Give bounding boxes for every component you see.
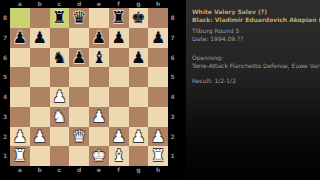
- white-player-line: White Valery Salov (?): [192, 8, 320, 15]
- square-d6[interactable]: ♟: [69, 48, 89, 68]
- square-g2[interactable]: ♟: [129, 127, 149, 147]
- square-d5[interactable]: [69, 67, 89, 87]
- piece-black-rook[interactable]: ♜: [50, 8, 70, 28]
- rank-label: 6: [0, 48, 10, 68]
- file-label: f: [109, 166, 129, 174]
- square-a3[interactable]: [10, 107, 30, 127]
- square-d1[interactable]: [69, 146, 89, 166]
- square-b2[interactable]: ♟: [30, 127, 50, 147]
- event-round-line: Tilburg Round 5: [192, 27, 320, 34]
- rank-label: 1: [168, 146, 177, 166]
- square-h8[interactable]: [148, 8, 168, 28]
- square-e3[interactable]: ♟: [89, 107, 109, 127]
- square-f4[interactable]: [109, 87, 129, 107]
- piece-white-rook[interactable]: ♜: [10, 146, 30, 166]
- rank-label: 6: [168, 48, 177, 68]
- piece-white-king[interactable]: ♚: [89, 146, 109, 166]
- square-f6[interactable]: [109, 48, 129, 68]
- rank-label: 3: [168, 107, 177, 127]
- opening-name-line: Torre-Attack Fianchetto Defense, Euwe Va…: [192, 62, 320, 69]
- square-h2[interactable]: ♟: [148, 127, 168, 147]
- square-b8[interactable]: [30, 8, 50, 28]
- file-label: b: [30, 0, 50, 8]
- file-label: g: [129, 0, 149, 8]
- square-d7[interactable]: [69, 28, 89, 48]
- opening-label: Openning:: [192, 54, 320, 61]
- square-e4[interactable]: [89, 87, 109, 107]
- file-label: e: [89, 166, 109, 174]
- square-d3[interactable]: [69, 107, 89, 127]
- piece-black-pawn[interactable]: ♟: [129, 48, 149, 68]
- piece-white-knight[interactable]: ♞: [50, 107, 70, 127]
- square-a2[interactable]: ♟: [10, 127, 30, 147]
- square-h1[interactable]: ♜: [148, 146, 168, 166]
- square-g3[interactable]: [129, 107, 149, 127]
- square-c1[interactable]: [50, 146, 70, 166]
- file-label: c: [50, 166, 70, 174]
- piece-black-queen[interactable]: ♛: [69, 8, 89, 28]
- square-e5[interactable]: [89, 67, 109, 87]
- square-f5[interactable]: [109, 67, 129, 87]
- piece-white-bishop[interactable]: ♝: [109, 146, 129, 166]
- file-label: h: [148, 0, 168, 8]
- file-label: b: [30, 166, 50, 174]
- square-d8[interactable]: ♛: [69, 8, 89, 28]
- square-a1[interactable]: ♜: [10, 146, 30, 166]
- square-g7[interactable]: [129, 28, 149, 48]
- square-c5[interactable]: [50, 67, 70, 87]
- piece-white-rook[interactable]: ♜: [148, 146, 168, 166]
- square-e7[interactable]: ♟: [89, 28, 109, 48]
- rank-label: 5: [0, 67, 10, 87]
- file-label: a: [10, 0, 30, 8]
- chess-board[interactable]: ♜♛♜♚♟♟♟♟♟♞♟♝♟♟♞♟♟♟♛♟♟♟♜♚♝♜: [10, 8, 168, 166]
- rank-label: 8: [0, 8, 10, 28]
- square-e8[interactable]: [89, 8, 109, 28]
- square-g5[interactable]: [129, 67, 149, 87]
- file-label: f: [109, 0, 129, 8]
- result-line: Result: 1/2-1/2: [192, 77, 320, 84]
- rank-labels-right: 87654321: [168, 8, 177, 166]
- chess-board-area: abcdefgh abcdefgh 87654321 87654321 ♜♛♜♚…: [0, 0, 186, 180]
- file-labels-top: abcdefgh: [10, 0, 168, 8]
- square-b1[interactable]: [30, 146, 50, 166]
- piece-black-rook[interactable]: ♜: [109, 8, 129, 28]
- square-c8[interactable]: ♜: [50, 8, 70, 28]
- piece-white-pawn[interactable]: ♟: [89, 107, 109, 127]
- rank-label: 4: [0, 87, 10, 107]
- square-c3[interactable]: ♞: [50, 107, 70, 127]
- square-c4[interactable]: ♟: [50, 87, 70, 107]
- file-labels-bottom: abcdefgh: [10, 166, 168, 174]
- square-e2[interactable]: [89, 127, 109, 147]
- square-a6[interactable]: [10, 48, 30, 68]
- square-g1[interactable]: [129, 146, 149, 166]
- rank-label: 8: [168, 8, 177, 28]
- square-h7[interactable]: ♟: [148, 28, 168, 48]
- square-f3[interactable]: [109, 107, 129, 127]
- piece-black-pawn[interactable]: ♟: [69, 48, 89, 68]
- square-c7[interactable]: [50, 28, 70, 48]
- piece-black-pawn[interactable]: ♟: [148, 28, 168, 48]
- square-c6[interactable]: ♞: [50, 48, 70, 68]
- square-b3[interactable]: [30, 107, 50, 127]
- piece-white-pawn[interactable]: ♟: [148, 127, 168, 147]
- file-label: d: [69, 166, 89, 174]
- square-c2[interactable]: [50, 127, 70, 147]
- file-label: a: [10, 166, 30, 174]
- rank-label: 4: [168, 87, 177, 107]
- square-g4[interactable]: [129, 87, 149, 107]
- square-b6[interactable]: [30, 48, 50, 68]
- game-info-panel: White Valery Salov (?) Black: Vladimir E…: [186, 0, 320, 180]
- rank-label: 2: [0, 127, 10, 147]
- piece-white-queen[interactable]: ♛: [69, 127, 89, 147]
- piece-black-pawn[interactable]: ♟: [10, 28, 30, 48]
- piece-black-knight[interactable]: ♞: [50, 48, 70, 68]
- rank-label: 1: [0, 146, 10, 166]
- square-h6[interactable]: [148, 48, 168, 68]
- piece-white-pawn[interactable]: ♟: [10, 127, 30, 147]
- square-d4[interactable]: [69, 87, 89, 107]
- piece-black-bishop[interactable]: ♝: [89, 48, 109, 68]
- file-label: h: [148, 166, 168, 174]
- piece-black-pawn[interactable]: ♟: [30, 28, 50, 48]
- rank-label: 2: [168, 127, 177, 147]
- square-a7[interactable]: ♟: [10, 28, 30, 48]
- square-b7[interactable]: ♟: [30, 28, 50, 48]
- square-h4[interactable]: [148, 87, 168, 107]
- square-g6[interactable]: ♟: [129, 48, 149, 68]
- piece-black-king[interactable]: ♚: [129, 8, 149, 28]
- square-a8[interactable]: [10, 8, 30, 28]
- square-e6[interactable]: ♝: [89, 48, 109, 68]
- piece-white-pawn[interactable]: ♟: [50, 87, 70, 107]
- file-label: d: [69, 0, 89, 8]
- rank-label: 3: [0, 107, 10, 127]
- screenshot-root: abcdefgh abcdefgh 87654321 87654321 ♜♛♜♚…: [0, 0, 320, 180]
- square-f2[interactable]: ♟: [109, 127, 129, 147]
- piece-white-pawn[interactable]: ♟: [30, 127, 50, 147]
- square-h3[interactable]: [148, 107, 168, 127]
- square-a4[interactable]: [10, 87, 30, 107]
- file-label: e: [89, 0, 109, 8]
- file-label: g: [129, 166, 149, 174]
- date-line: Date: 1994.09.??: [192, 35, 320, 42]
- square-h5[interactable]: [148, 67, 168, 87]
- piece-white-pawn[interactable]: ♟: [129, 127, 149, 147]
- square-g8[interactable]: ♚: [129, 8, 149, 28]
- piece-black-pawn[interactable]: ♟: [109, 28, 129, 48]
- square-d2[interactable]: ♛: [69, 127, 89, 147]
- rank-label: 7: [0, 28, 10, 48]
- rank-label: 7: [168, 28, 177, 48]
- square-b5[interactable]: [30, 67, 50, 87]
- square-f1[interactable]: ♝: [109, 146, 129, 166]
- square-e1[interactable]: ♚: [89, 146, 109, 166]
- square-b4[interactable]: [30, 87, 50, 107]
- black-player-line: Black: Vladimir Eduardovich Akopian (?): [192, 16, 320, 23]
- square-a5[interactable]: [10, 67, 30, 87]
- piece-black-pawn[interactable]: ♟: [89, 28, 109, 48]
- piece-white-pawn[interactable]: ♟: [109, 127, 129, 147]
- square-f8[interactable]: ♜: [109, 8, 129, 28]
- rank-labels-left: 87654321: [0, 8, 10, 166]
- rank-label: 5: [168, 67, 177, 87]
- square-f7[interactable]: ♟: [109, 28, 129, 48]
- file-label: c: [50, 0, 70, 8]
